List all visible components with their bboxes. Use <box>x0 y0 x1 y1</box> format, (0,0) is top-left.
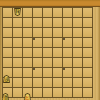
board-cell[interactable] <box>43 78 53 88</box>
board-cell[interactable] <box>43 88 53 98</box>
board-cell[interactable] <box>83 58 93 68</box>
piece-face: と <box>25 94 30 100</box>
piece-kanji-label: 桂 <box>15 10 20 15</box>
window-titlebar[interactable] <box>0 0 100 7</box>
piece-face: 桂 <box>15 9 20 15</box>
board-cell[interactable] <box>23 68 33 78</box>
board-cell[interactable] <box>43 38 53 48</box>
board-cell[interactable] <box>53 68 63 78</box>
board-cell[interactable] <box>83 78 93 88</box>
board-cell[interactable] <box>73 68 83 78</box>
board-cell[interactable] <box>23 18 33 28</box>
board-cell[interactable] <box>83 48 93 58</box>
board-grid <box>2 7 93 98</box>
board-cell[interactable] <box>13 48 23 58</box>
piece-kanji-label: 香 <box>3 95 8 100</box>
board-cell[interactable] <box>73 38 83 48</box>
board-cell[interactable] <box>73 58 83 68</box>
board-cell[interactable] <box>43 68 53 78</box>
board-cell[interactable] <box>73 48 83 58</box>
piece-kanji-label: 歩 <box>4 77 9 82</box>
board-cell[interactable] <box>43 18 53 28</box>
board-cell[interactable] <box>63 18 73 28</box>
board-right-edge <box>98 7 100 100</box>
board-cell[interactable] <box>3 58 13 68</box>
board-cell[interactable] <box>83 8 93 18</box>
board-cell[interactable] <box>53 8 63 18</box>
board-cell[interactable] <box>63 8 73 18</box>
board-cell[interactable] <box>73 78 83 88</box>
hoshi-star-point <box>63 68 65 70</box>
board-cell[interactable] <box>83 38 93 48</box>
board-cell[interactable] <box>53 58 63 68</box>
board-cell[interactable] <box>23 38 33 48</box>
board-cell[interactable] <box>83 28 93 38</box>
piece-face: 歩 <box>4 76 9 82</box>
board-cell[interactable] <box>13 38 23 48</box>
board-cell[interactable] <box>13 58 23 68</box>
board-cell[interactable] <box>23 28 33 38</box>
hoshi-star-point <box>63 38 65 40</box>
board-cell[interactable] <box>3 28 13 38</box>
shogi-app-window: 桂歩香と <box>0 0 100 100</box>
board-cell[interactable] <box>83 18 93 28</box>
piece-face: 香 <box>3 94 8 100</box>
board-cell[interactable] <box>13 78 23 88</box>
board-cell[interactable] <box>53 28 63 38</box>
board-cell[interactable] <box>3 48 13 58</box>
board-cell[interactable] <box>33 18 43 28</box>
board-cell[interactable] <box>13 18 23 28</box>
board-cell[interactable] <box>53 18 63 28</box>
board-cell[interactable] <box>63 28 73 38</box>
board-cell[interactable] <box>13 68 23 78</box>
board-cell[interactable] <box>33 8 43 18</box>
board-cell[interactable] <box>23 48 33 58</box>
board-cell[interactable] <box>23 58 33 68</box>
board-cell[interactable] <box>63 58 73 68</box>
piece-kanji-label: と <box>25 95 30 100</box>
board-cell[interactable] <box>3 8 13 18</box>
board-cell[interactable] <box>53 38 63 48</box>
board-cell[interactable] <box>73 18 83 28</box>
board-cell[interactable] <box>33 78 43 88</box>
shogi-board: 桂歩香と <box>0 7 100 100</box>
board-cell[interactable] <box>43 58 53 68</box>
board-cell[interactable] <box>33 28 43 38</box>
board-cell[interactable] <box>83 68 93 78</box>
board-cell[interactable] <box>3 38 13 48</box>
board-cell[interactable] <box>83 88 93 98</box>
board-cell[interactable] <box>13 88 23 98</box>
board-cell[interactable] <box>63 78 73 88</box>
board-cell[interactable] <box>33 58 43 68</box>
board-cell[interactable] <box>53 78 63 88</box>
board-cell[interactable] <box>43 28 53 38</box>
board-cell[interactable] <box>33 88 43 98</box>
board-cell[interactable] <box>63 88 73 98</box>
board-cell[interactable] <box>23 8 33 18</box>
board-cell[interactable] <box>3 18 13 28</box>
board-cell[interactable] <box>63 48 73 58</box>
board-cell[interactable] <box>43 8 53 18</box>
board-cell[interactable] <box>33 48 43 58</box>
hoshi-star-point <box>33 38 35 40</box>
board-cell[interactable] <box>73 28 83 38</box>
board-cell[interactable] <box>73 8 83 18</box>
board-cell[interactable] <box>13 28 23 38</box>
hoshi-star-point <box>33 68 35 70</box>
board-cell[interactable] <box>73 88 83 98</box>
board-cell[interactable] <box>43 48 53 58</box>
board-cell[interactable] <box>23 78 33 88</box>
board-cell[interactable] <box>53 88 63 98</box>
board-cell[interactable] <box>53 48 63 58</box>
